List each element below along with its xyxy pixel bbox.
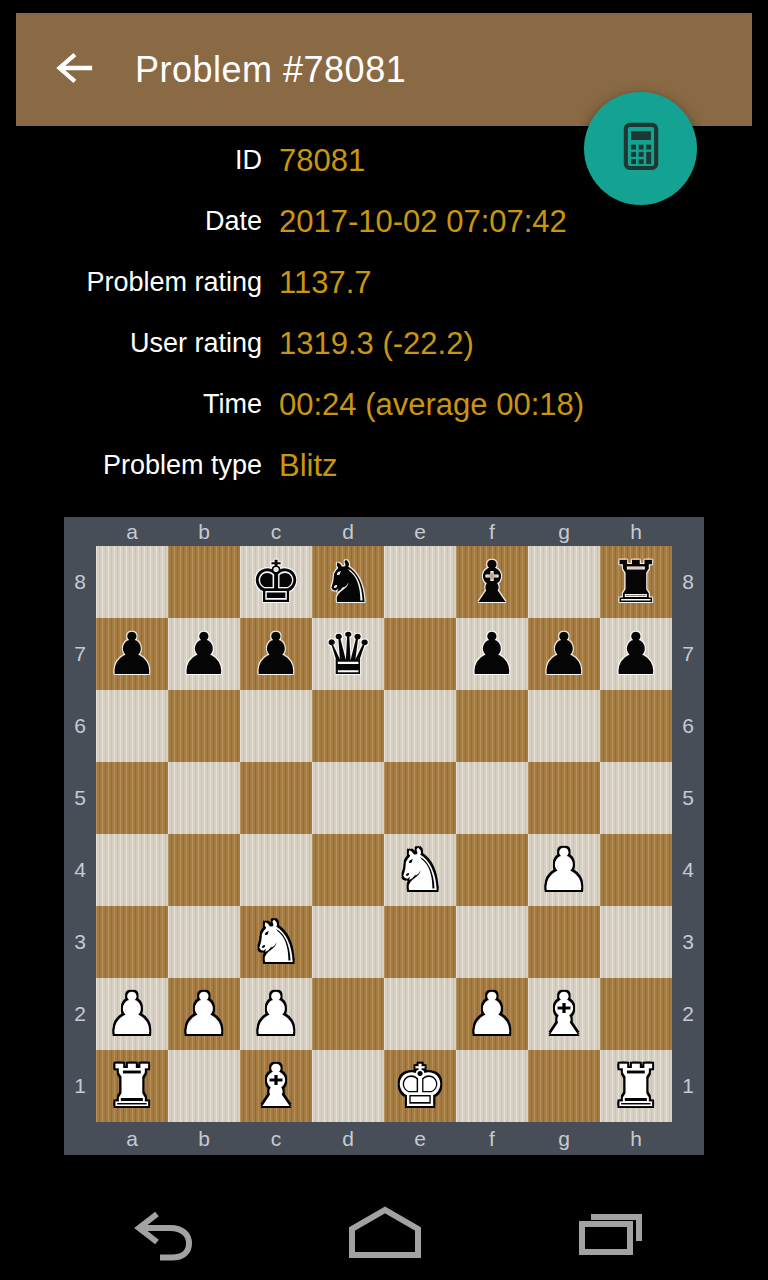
file-label-g: g <box>528 517 600 546</box>
square-f6[interactable] <box>456 690 528 762</box>
square-a1[interactable]: ♜ <box>96 1050 168 1122</box>
square-f1[interactable] <box>456 1050 528 1122</box>
square-c4[interactable] <box>240 834 312 906</box>
problem-info: ID 78081 Date 2017-10-02 07:07:42 Proble… <box>0 130 768 496</box>
rank-labels-right: 87654321 <box>672 546 704 1122</box>
rank-labels-left: 87654321 <box>64 546 96 1122</box>
square-g6[interactable] <box>528 690 600 762</box>
nav-home-icon[interactable] <box>346 1206 424 1262</box>
square-g7[interactable]: ♟ <box>528 618 600 690</box>
square-d2[interactable] <box>312 978 384 1050</box>
square-d6[interactable] <box>312 690 384 762</box>
square-h8[interactable]: ♜ <box>600 546 672 618</box>
piece-wP: ♟ <box>528 834 600 906</box>
file-label-h: h <box>600 1122 672 1155</box>
file-label-d: d <box>312 517 384 546</box>
square-g4[interactable]: ♟ <box>528 834 600 906</box>
square-e2[interactable] <box>384 978 456 1050</box>
file-label-h: h <box>600 517 672 546</box>
piece-bP: ♟ <box>528 618 600 690</box>
rank-label-2: 2 <box>64 978 96 1050</box>
square-c7[interactable]: ♟ <box>240 618 312 690</box>
piece-wN: ♞ <box>240 906 312 978</box>
info-value: 2017-10-02 07:07:42 <box>279 204 567 240</box>
piece-bQ: ♛ <box>312 618 384 690</box>
info-value: 00:24 (average 00:18) <box>279 387 584 423</box>
info-label: Problem type <box>0 450 262 481</box>
piece-bP: ♟ <box>456 618 528 690</box>
info-label: Time <box>0 389 262 420</box>
rank-label-6: 6 <box>672 690 704 762</box>
square-f5[interactable] <box>456 762 528 834</box>
rank-label-7: 7 <box>64 618 96 690</box>
rank-label-3: 3 <box>672 906 704 978</box>
file-label-c: c <box>240 517 312 546</box>
info-label: Date <box>0 206 262 237</box>
square-c3[interactable]: ♞ <box>240 906 312 978</box>
square-d3[interactable] <box>312 906 384 978</box>
square-h2[interactable] <box>600 978 672 1050</box>
piece-wP: ♟ <box>168 978 240 1050</box>
square-h6[interactable] <box>600 690 672 762</box>
rank-label-1: 1 <box>672 1050 704 1122</box>
square-d1[interactable] <box>312 1050 384 1122</box>
square-a2[interactable]: ♟ <box>96 978 168 1050</box>
square-e1[interactable]: ♚ <box>384 1050 456 1122</box>
piece-wN: ♞ <box>384 834 456 906</box>
screen: { "app": { "title": "Problem #78081", "c… <box>0 0 768 1280</box>
rank-label-5: 5 <box>672 762 704 834</box>
info-label: ID <box>0 145 262 176</box>
piece-wR: ♜ <box>96 1050 168 1122</box>
square-g5[interactable] <box>528 762 600 834</box>
info-label: User rating <box>0 328 262 359</box>
square-c2[interactable]: ♟ <box>240 978 312 1050</box>
info-row-user-rating: User rating 1319.3 (-22.2) <box>0 313 768 374</box>
piece-wB: ♝ <box>240 1050 312 1122</box>
info-row-date: Date 2017-10-02 07:07:42 <box>0 191 768 252</box>
rank-label-5: 5 <box>64 762 96 834</box>
piece-bK: ♚ <box>240 546 312 618</box>
rank-label-7: 7 <box>672 618 704 690</box>
piece-wK: ♚ <box>384 1050 456 1122</box>
square-h3[interactable] <box>600 906 672 978</box>
square-f4[interactable] <box>456 834 528 906</box>
square-d5[interactable] <box>312 762 384 834</box>
nav-recents-icon[interactable] <box>574 1207 646 1263</box>
square-b8[interactable] <box>168 546 240 618</box>
file-label-f: f <box>456 1122 528 1155</box>
square-b6[interactable] <box>168 690 240 762</box>
square-h1[interactable]: ♜ <box>600 1050 672 1122</box>
info-value: 1137.7 <box>279 265 372 301</box>
square-b1[interactable] <box>168 1050 240 1122</box>
square-f8[interactable]: ♝ <box>456 546 528 618</box>
square-b3[interactable] <box>168 906 240 978</box>
square-d4[interactable] <box>312 834 384 906</box>
chess-board: abcdefgh 87654321 ♚♞♝♜♟♟♟♛♟♟♟♞♟♞♟♟♟♟♝♜♝♚… <box>64 517 704 1155</box>
square-f7[interactable]: ♟ <box>456 618 528 690</box>
nav-back-icon[interactable] <box>130 1209 196 1267</box>
square-c5[interactable] <box>240 762 312 834</box>
square-h4[interactable] <box>600 834 672 906</box>
piece-bP: ♟ <box>240 618 312 690</box>
square-a5[interactable] <box>96 762 168 834</box>
square-e8[interactable] <box>384 546 456 618</box>
info-row-problem-type: Problem type Blitz <box>0 435 768 496</box>
file-label-e: e <box>384 517 456 546</box>
rank-label-4: 4 <box>64 834 96 906</box>
file-labels-bottom: abcdefgh <box>96 1122 672 1155</box>
rank-label-3: 3 <box>64 906 96 978</box>
square-f3[interactable] <box>456 906 528 978</box>
square-e5[interactable] <box>384 762 456 834</box>
piece-bP: ♟ <box>96 618 168 690</box>
info-label: Problem rating <box>0 267 262 298</box>
square-g3[interactable] <box>528 906 600 978</box>
back-arrow-icon <box>49 45 95 95</box>
square-g1[interactable] <box>528 1050 600 1122</box>
file-label-c: c <box>240 1122 312 1155</box>
file-label-e: e <box>384 1122 456 1155</box>
piece-wP: ♟ <box>96 978 168 1050</box>
square-a6[interactable] <box>96 690 168 762</box>
square-e4[interactable]: ♞ <box>384 834 456 906</box>
back-button[interactable] <box>49 47 95 93</box>
square-h5[interactable] <box>600 762 672 834</box>
square-c8[interactable]: ♚ <box>240 546 312 618</box>
info-row-problem-rating: Problem rating 1137.7 <box>0 252 768 313</box>
square-b2[interactable]: ♟ <box>168 978 240 1050</box>
file-label-a: a <box>96 1122 168 1155</box>
square-e7[interactable] <box>384 618 456 690</box>
file-labels-top: abcdefgh <box>96 517 672 546</box>
square-a8[interactable] <box>96 546 168 618</box>
file-label-d: d <box>312 1122 384 1155</box>
square-f2[interactable]: ♟ <box>456 978 528 1050</box>
piece-bP: ♟ <box>168 618 240 690</box>
piece-wR: ♜ <box>600 1050 672 1122</box>
square-g2[interactable]: ♝ <box>528 978 600 1050</box>
square-c6[interactable] <box>240 690 312 762</box>
info-row-id: ID 78081 <box>0 130 768 191</box>
rank-label-6: 6 <box>64 690 96 762</box>
android-nav-bar <box>0 1196 768 1280</box>
square-d7[interactable]: ♛ <box>312 618 384 690</box>
rank-label-1: 1 <box>64 1050 96 1122</box>
rank-label-8: 8 <box>672 546 704 618</box>
file-label-f: f <box>456 517 528 546</box>
square-h7[interactable]: ♟ <box>600 618 672 690</box>
square-c1[interactable]: ♝ <box>240 1050 312 1122</box>
info-value: 1319.3 (-22.2) <box>279 326 474 362</box>
piece-wP: ♟ <box>240 978 312 1050</box>
square-d8[interactable]: ♞ <box>312 546 384 618</box>
square-a7[interactable]: ♟ <box>96 618 168 690</box>
file-label-b: b <box>168 1122 240 1155</box>
piece-bP: ♟ <box>600 618 672 690</box>
piece-wP: ♟ <box>456 978 528 1050</box>
board-squares: ♚♞♝♜♟♟♟♛♟♟♟♞♟♞♟♟♟♟♝♜♝♚♜ <box>96 546 672 1122</box>
rank-label-4: 4 <box>672 834 704 906</box>
page-title: Problem #78081 <box>135 49 406 91</box>
rank-label-2: 2 <box>672 978 704 1050</box>
square-g8[interactable] <box>528 546 600 618</box>
file-label-a: a <box>96 517 168 546</box>
file-label-g: g <box>528 1122 600 1155</box>
piece-wB: ♝ <box>528 978 600 1050</box>
piece-bR: ♜ <box>600 546 672 618</box>
file-label-b: b <box>168 517 240 546</box>
square-a3[interactable] <box>96 906 168 978</box>
square-b5[interactable] <box>168 762 240 834</box>
piece-bB: ♝ <box>456 546 528 618</box>
square-b7[interactable]: ♟ <box>168 618 240 690</box>
info-value: 78081 <box>279 143 365 179</box>
info-value: Blitz <box>279 448 338 484</box>
square-b4[interactable] <box>168 834 240 906</box>
square-a4[interactable] <box>96 834 168 906</box>
piece-bN: ♞ <box>312 546 384 618</box>
rank-label-8: 8 <box>64 546 96 618</box>
info-row-time: Time 00:24 (average 00:18) <box>0 374 768 435</box>
square-e6[interactable] <box>384 690 456 762</box>
square-e3[interactable] <box>384 906 456 978</box>
